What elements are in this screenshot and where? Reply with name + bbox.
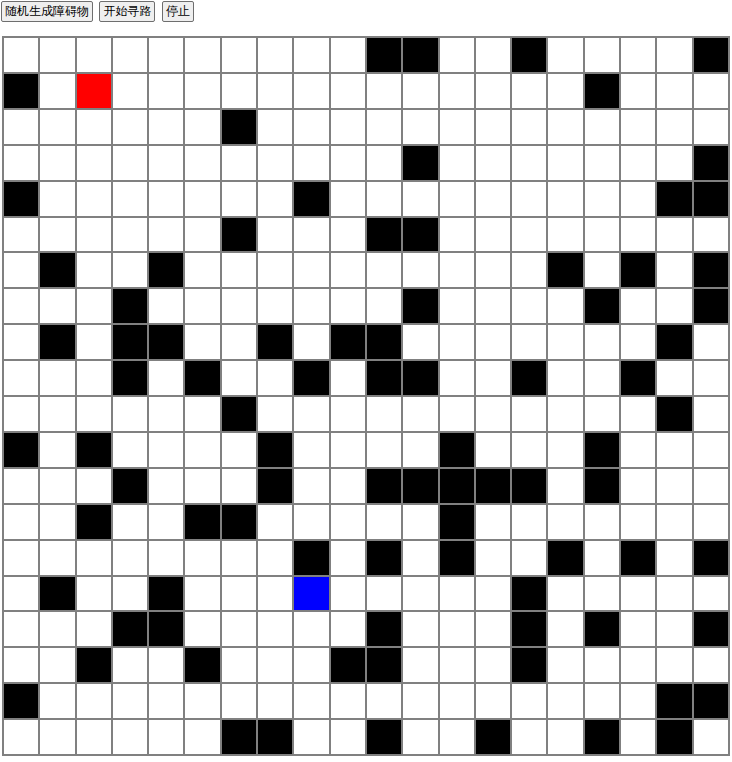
- empty-cell[interactable]: [222, 684, 256, 718]
- empty-cell[interactable]: [294, 433, 328, 467]
- obstacle-cell[interactable]: [403, 289, 437, 323]
- empty-cell[interactable]: [185, 720, 219, 754]
- obstacle-cell[interactable]: [367, 612, 401, 646]
- obstacle-cell[interactable]: [694, 289, 728, 323]
- obstacle-cell[interactable]: [222, 505, 256, 539]
- empty-cell[interactable]: [113, 684, 147, 718]
- empty-cell[interactable]: [258, 612, 292, 646]
- empty-cell[interactable]: [440, 720, 474, 754]
- empty-cell[interactable]: [476, 74, 510, 108]
- obstacle-cell[interactable]: [367, 720, 401, 754]
- empty-cell[interactable]: [258, 289, 292, 323]
- obstacle-cell[interactable]: [258, 720, 292, 754]
- empty-cell[interactable]: [403, 325, 437, 359]
- empty-cell[interactable]: [585, 38, 619, 72]
- empty-cell[interactable]: [77, 397, 111, 431]
- empty-cell[interactable]: [694, 720, 728, 754]
- empty-cell[interactable]: [585, 253, 619, 287]
- empty-cell[interactable]: [331, 577, 365, 611]
- empty-cell[interactable]: [40, 541, 74, 575]
- empty-cell[interactable]: [294, 218, 328, 252]
- obstacle-cell[interactable]: [77, 433, 111, 467]
- obstacle-cell[interactable]: [440, 469, 474, 503]
- empty-cell[interactable]: [4, 361, 38, 395]
- empty-cell[interactable]: [40, 433, 74, 467]
- empty-cell[interactable]: [657, 146, 691, 180]
- empty-cell[interactable]: [476, 253, 510, 287]
- empty-cell[interactable]: [185, 325, 219, 359]
- obstacle-cell[interactable]: [222, 397, 256, 431]
- empty-cell[interactable]: [621, 505, 655, 539]
- empty-cell[interactable]: [367, 577, 401, 611]
- obstacle-cell[interactable]: [258, 469, 292, 503]
- empty-cell[interactable]: [4, 505, 38, 539]
- empty-cell[interactable]: [258, 110, 292, 144]
- empty-cell[interactable]: [40, 74, 74, 108]
- empty-cell[interactable]: [476, 182, 510, 216]
- empty-cell[interactable]: [512, 182, 546, 216]
- empty-cell[interactable]: [294, 253, 328, 287]
- empty-cell[interactable]: [77, 182, 111, 216]
- empty-cell[interactable]: [331, 541, 365, 575]
- empty-cell[interactable]: [222, 612, 256, 646]
- empty-cell[interactable]: [113, 433, 147, 467]
- empty-cell[interactable]: [77, 684, 111, 718]
- empty-cell[interactable]: [367, 684, 401, 718]
- empty-cell[interactable]: [548, 38, 582, 72]
- empty-cell[interactable]: [694, 469, 728, 503]
- empty-cell[interactable]: [222, 74, 256, 108]
- empty-cell[interactable]: [331, 146, 365, 180]
- empty-cell[interactable]: [258, 577, 292, 611]
- obstacle-cell[interactable]: [113, 361, 147, 395]
- empty-cell[interactable]: [40, 361, 74, 395]
- empty-cell[interactable]: [476, 505, 510, 539]
- empty-cell[interactable]: [113, 541, 147, 575]
- empty-cell[interactable]: [294, 146, 328, 180]
- empty-cell[interactable]: [4, 289, 38, 323]
- empty-cell[interactable]: [403, 110, 437, 144]
- obstacle-cell[interactable]: [149, 325, 183, 359]
- empty-cell[interactable]: [403, 74, 437, 108]
- empty-cell[interactable]: [621, 433, 655, 467]
- empty-cell[interactable]: [548, 361, 582, 395]
- obstacle-cell[interactable]: [512, 648, 546, 682]
- empty-cell[interactable]: [657, 289, 691, 323]
- obstacle-cell[interactable]: [694, 541, 728, 575]
- empty-cell[interactable]: [77, 541, 111, 575]
- obstacle-cell[interactable]: [512, 612, 546, 646]
- empty-cell[interactable]: [331, 684, 365, 718]
- empty-cell[interactable]: [185, 577, 219, 611]
- empty-cell[interactable]: [40, 218, 74, 252]
- empty-cell[interactable]: [149, 505, 183, 539]
- empty-cell[interactable]: [585, 397, 619, 431]
- empty-cell[interactable]: [367, 182, 401, 216]
- obstacle-cell[interactable]: [367, 218, 401, 252]
- empty-cell[interactable]: [476, 397, 510, 431]
- obstacle-cell[interactable]: [40, 253, 74, 287]
- empty-cell[interactable]: [367, 505, 401, 539]
- obstacle-cell[interactable]: [149, 253, 183, 287]
- empty-cell[interactable]: [149, 218, 183, 252]
- empty-cell[interactable]: [222, 361, 256, 395]
- empty-cell[interactable]: [149, 182, 183, 216]
- obstacle-cell[interactable]: [294, 361, 328, 395]
- obstacle-cell[interactable]: [185, 505, 219, 539]
- obstacle-cell[interactable]: [367, 469, 401, 503]
- obstacle-cell[interactable]: [585, 74, 619, 108]
- empty-cell[interactable]: [476, 361, 510, 395]
- obstacle-cell[interactable]: [657, 325, 691, 359]
- empty-cell[interactable]: [403, 541, 437, 575]
- empty-cell[interactable]: [512, 720, 546, 754]
- obstacle-cell[interactable]: [657, 684, 691, 718]
- empty-cell[interactable]: [113, 253, 147, 287]
- empty-cell[interactable]: [403, 612, 437, 646]
- empty-cell[interactable]: [4, 253, 38, 287]
- empty-cell[interactable]: [185, 289, 219, 323]
- empty-cell[interactable]: [149, 469, 183, 503]
- obstacle-cell[interactable]: [694, 684, 728, 718]
- empty-cell[interactable]: [440, 325, 474, 359]
- obstacle-cell[interactable]: [585, 720, 619, 754]
- empty-cell[interactable]: [548, 146, 582, 180]
- empty-cell[interactable]: [657, 38, 691, 72]
- empty-cell[interactable]: [585, 182, 619, 216]
- empty-cell[interactable]: [694, 505, 728, 539]
- empty-cell[interactable]: [585, 110, 619, 144]
- obstacle-cell[interactable]: [657, 720, 691, 754]
- empty-cell[interactable]: [258, 182, 292, 216]
- obstacle-cell[interactable]: [403, 38, 437, 72]
- empty-cell[interactable]: [77, 577, 111, 611]
- empty-cell[interactable]: [149, 146, 183, 180]
- empty-cell[interactable]: [331, 74, 365, 108]
- empty-cell[interactable]: [694, 433, 728, 467]
- empty-cell[interactable]: [512, 505, 546, 539]
- obstacle-cell[interactable]: [585, 612, 619, 646]
- obstacle-cell[interactable]: [77, 505, 111, 539]
- empty-cell[interactable]: [294, 469, 328, 503]
- empty-cell[interactable]: [4, 110, 38, 144]
- empty-cell[interactable]: [185, 253, 219, 287]
- empty-cell[interactable]: [476, 38, 510, 72]
- empty-cell[interactable]: [222, 253, 256, 287]
- empty-cell[interactable]: [258, 146, 292, 180]
- obstacle-cell[interactable]: [403, 469, 437, 503]
- empty-cell[interactable]: [40, 469, 74, 503]
- obstacle-cell[interactable]: [222, 110, 256, 144]
- empty-cell[interactable]: [585, 325, 619, 359]
- empty-cell[interactable]: [476, 110, 510, 144]
- empty-cell[interactable]: [512, 289, 546, 323]
- empty-cell[interactable]: [476, 577, 510, 611]
- empty-cell[interactable]: [367, 433, 401, 467]
- empty-cell[interactable]: [222, 182, 256, 216]
- empty-cell[interactable]: [113, 182, 147, 216]
- empty-cell[interactable]: [77, 720, 111, 754]
- empty-cell[interactable]: [621, 146, 655, 180]
- empty-cell[interactable]: [476, 325, 510, 359]
- empty-cell[interactable]: [185, 612, 219, 646]
- empty-cell[interactable]: [4, 612, 38, 646]
- empty-cell[interactable]: [548, 325, 582, 359]
- empty-cell[interactable]: [403, 684, 437, 718]
- empty-cell[interactable]: [657, 577, 691, 611]
- obstacle-cell[interactable]: [149, 612, 183, 646]
- empty-cell[interactable]: [621, 110, 655, 144]
- empty-cell[interactable]: [403, 253, 437, 287]
- empty-cell[interactable]: [440, 577, 474, 611]
- empty-cell[interactable]: [512, 541, 546, 575]
- empty-cell[interactable]: [367, 397, 401, 431]
- empty-cell[interactable]: [585, 218, 619, 252]
- obstacle-cell[interactable]: [476, 469, 510, 503]
- empty-cell[interactable]: [331, 433, 365, 467]
- obstacle-cell[interactable]: [113, 289, 147, 323]
- empty-cell[interactable]: [4, 218, 38, 252]
- empty-cell[interactable]: [331, 218, 365, 252]
- empty-cell[interactable]: [548, 720, 582, 754]
- obstacle-cell[interactable]: [694, 38, 728, 72]
- empty-cell[interactable]: [694, 577, 728, 611]
- empty-cell[interactable]: [185, 469, 219, 503]
- empty-cell[interactable]: [77, 38, 111, 72]
- obstacle-cell[interactable]: [548, 541, 582, 575]
- empty-cell[interactable]: [77, 361, 111, 395]
- empty-cell[interactable]: [185, 433, 219, 467]
- obstacle-cell[interactable]: [113, 325, 147, 359]
- empty-cell[interactable]: [222, 577, 256, 611]
- empty-cell[interactable]: [403, 397, 437, 431]
- empty-cell[interactable]: [113, 74, 147, 108]
- empty-cell[interactable]: [4, 469, 38, 503]
- empty-cell[interactable]: [440, 38, 474, 72]
- empty-cell[interactable]: [40, 38, 74, 72]
- empty-cell[interactable]: [512, 253, 546, 287]
- empty-cell[interactable]: [4, 541, 38, 575]
- empty-cell[interactable]: [77, 612, 111, 646]
- empty-cell[interactable]: [548, 218, 582, 252]
- empty-cell[interactable]: [657, 433, 691, 467]
- empty-cell[interactable]: [4, 648, 38, 682]
- empty-cell[interactable]: [512, 218, 546, 252]
- empty-cell[interactable]: [585, 577, 619, 611]
- empty-cell[interactable]: [294, 110, 328, 144]
- stop-button[interactable]: 停止: [162, 1, 194, 22]
- obstacle-cell[interactable]: [331, 325, 365, 359]
- empty-cell[interactable]: [512, 433, 546, 467]
- obstacle-cell[interactable]: [548, 253, 582, 287]
- empty-cell[interactable]: [185, 146, 219, 180]
- empty-cell[interactable]: [258, 397, 292, 431]
- empty-cell[interactable]: [40, 397, 74, 431]
- obstacle-cell[interactable]: [40, 577, 74, 611]
- empty-cell[interactable]: [403, 182, 437, 216]
- empty-cell[interactable]: [113, 397, 147, 431]
- empty-cell[interactable]: [113, 218, 147, 252]
- empty-cell[interactable]: [149, 74, 183, 108]
- empty-cell[interactable]: [585, 541, 619, 575]
- empty-cell[interactable]: [149, 397, 183, 431]
- obstacle-cell[interactable]: [440, 433, 474, 467]
- obstacle-cell[interactable]: [440, 541, 474, 575]
- obstacle-cell[interactable]: [403, 218, 437, 252]
- obstacle-cell[interactable]: [585, 289, 619, 323]
- empty-cell[interactable]: [657, 361, 691, 395]
- empty-cell[interactable]: [548, 577, 582, 611]
- obstacle-cell[interactable]: [585, 433, 619, 467]
- empty-cell[interactable]: [149, 541, 183, 575]
- empty-cell[interactable]: [258, 253, 292, 287]
- empty-cell[interactable]: [113, 38, 147, 72]
- empty-cell[interactable]: [657, 612, 691, 646]
- empty-cell[interactable]: [331, 720, 365, 754]
- obstacle-cell[interactable]: [585, 469, 619, 503]
- empty-cell[interactable]: [40, 612, 74, 646]
- empty-cell[interactable]: [149, 720, 183, 754]
- empty-cell[interactable]: [331, 361, 365, 395]
- obstacle-cell[interactable]: [149, 577, 183, 611]
- obstacle-cell[interactable]: [222, 720, 256, 754]
- empty-cell[interactable]: [440, 289, 474, 323]
- obstacle-cell[interactable]: [694, 612, 728, 646]
- empty-cell[interactable]: [258, 648, 292, 682]
- empty-cell[interactable]: [40, 684, 74, 718]
- empty-cell[interactable]: [4, 397, 38, 431]
- obstacle-cell[interactable]: [4, 182, 38, 216]
- empty-cell[interactable]: [4, 720, 38, 754]
- empty-cell[interactable]: [694, 110, 728, 144]
- empty-cell[interactable]: [657, 218, 691, 252]
- empty-cell[interactable]: [548, 684, 582, 718]
- empty-cell[interactable]: [440, 182, 474, 216]
- empty-cell[interactable]: [331, 289, 365, 323]
- empty-cell[interactable]: [294, 74, 328, 108]
- obstacle-cell[interactable]: [657, 182, 691, 216]
- empty-cell[interactable]: [694, 397, 728, 431]
- empty-cell[interactable]: [149, 433, 183, 467]
- obstacle-cell[interactable]: [4, 74, 38, 108]
- empty-cell[interactable]: [585, 648, 619, 682]
- obstacle-cell[interactable]: [185, 361, 219, 395]
- empty-cell[interactable]: [548, 648, 582, 682]
- empty-cell[interactable]: [621, 720, 655, 754]
- obstacle-cell[interactable]: [512, 38, 546, 72]
- empty-cell[interactable]: [694, 648, 728, 682]
- empty-cell[interactable]: [657, 469, 691, 503]
- empty-cell[interactable]: [40, 648, 74, 682]
- empty-cell[interactable]: [149, 110, 183, 144]
- empty-cell[interactable]: [512, 325, 546, 359]
- empty-cell[interactable]: [657, 541, 691, 575]
- empty-cell[interactable]: [258, 218, 292, 252]
- obstacle-cell[interactable]: [694, 182, 728, 216]
- empty-cell[interactable]: [185, 38, 219, 72]
- empty-cell[interactable]: [40, 110, 74, 144]
- empty-cell[interactable]: [294, 648, 328, 682]
- empty-cell[interactable]: [258, 684, 292, 718]
- empty-cell[interactable]: [77, 146, 111, 180]
- empty-cell[interactable]: [222, 469, 256, 503]
- empty-cell[interactable]: [113, 648, 147, 682]
- empty-cell[interactable]: [222, 325, 256, 359]
- obstacle-cell[interactable]: [440, 505, 474, 539]
- empty-cell[interactable]: [222, 289, 256, 323]
- empty-cell[interactable]: [585, 361, 619, 395]
- empty-cell[interactable]: [440, 146, 474, 180]
- empty-cell[interactable]: [185, 397, 219, 431]
- empty-cell[interactable]: [621, 612, 655, 646]
- empty-cell[interactable]: [113, 720, 147, 754]
- empty-cell[interactable]: [621, 648, 655, 682]
- obstacle-cell[interactable]: [4, 684, 38, 718]
- empty-cell[interactable]: [367, 110, 401, 144]
- empty-cell[interactable]: [621, 325, 655, 359]
- empty-cell[interactable]: [4, 146, 38, 180]
- empty-cell[interactable]: [113, 110, 147, 144]
- obstacle-cell[interactable]: [40, 325, 74, 359]
- empty-cell[interactable]: [621, 218, 655, 252]
- empty-cell[interactable]: [222, 541, 256, 575]
- empty-cell[interactable]: [367, 253, 401, 287]
- empty-cell[interactable]: [185, 182, 219, 216]
- obstacle-cell[interactable]: [512, 469, 546, 503]
- empty-cell[interactable]: [367, 146, 401, 180]
- empty-cell[interactable]: [40, 146, 74, 180]
- empty-cell[interactable]: [367, 74, 401, 108]
- empty-cell[interactable]: [548, 182, 582, 216]
- empty-cell[interactable]: [258, 505, 292, 539]
- empty-cell[interactable]: [440, 397, 474, 431]
- empty-cell[interactable]: [40, 720, 74, 754]
- empty-cell[interactable]: [367, 289, 401, 323]
- empty-cell[interactable]: [331, 469, 365, 503]
- empty-cell[interactable]: [512, 146, 546, 180]
- obstacle-cell[interactable]: [403, 361, 437, 395]
- empty-cell[interactable]: [476, 541, 510, 575]
- empty-cell[interactable]: [403, 720, 437, 754]
- start-pathfinding-button[interactable]: 开始寻路: [99, 1, 155, 22]
- empty-cell[interactable]: [440, 361, 474, 395]
- empty-cell[interactable]: [149, 648, 183, 682]
- empty-cell[interactable]: [621, 397, 655, 431]
- empty-cell[interactable]: [294, 289, 328, 323]
- empty-cell[interactable]: [185, 110, 219, 144]
- empty-cell[interactable]: [331, 182, 365, 216]
- empty-cell[interactable]: [440, 612, 474, 646]
- empty-cell[interactable]: [403, 433, 437, 467]
- obstacle-cell[interactable]: [294, 182, 328, 216]
- empty-cell[interactable]: [294, 397, 328, 431]
- empty-cell[interactable]: [694, 218, 728, 252]
- empty-cell[interactable]: [331, 397, 365, 431]
- empty-cell[interactable]: [657, 648, 691, 682]
- empty-cell[interactable]: [258, 38, 292, 72]
- empty-cell[interactable]: [585, 505, 619, 539]
- empty-cell[interactable]: [294, 38, 328, 72]
- obstacle-cell[interactable]: [367, 541, 401, 575]
- empty-cell[interactable]: [4, 38, 38, 72]
- empty-cell[interactable]: [440, 684, 474, 718]
- obstacle-cell[interactable]: [222, 218, 256, 252]
- empty-cell[interactable]: [77, 469, 111, 503]
- empty-cell[interactable]: [440, 253, 474, 287]
- empty-cell[interactable]: [548, 110, 582, 144]
- empty-cell[interactable]: [548, 433, 582, 467]
- start-cell[interactable]: [77, 74, 111, 108]
